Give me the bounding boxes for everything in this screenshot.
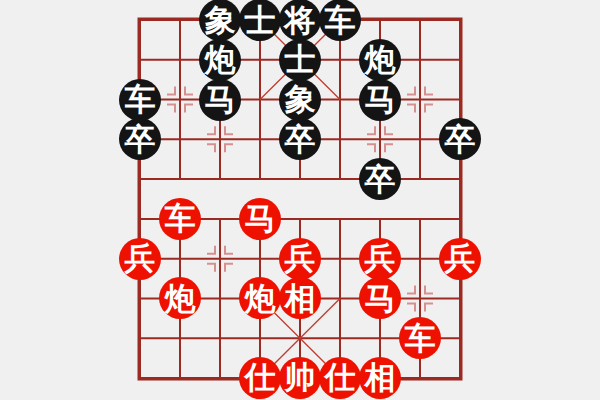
piece-red-general[interactable]: 帅 xyxy=(279,357,321,399)
piece-red-elephant[interactable]: 相 xyxy=(359,357,401,399)
piece-red-soldier[interactable]: 兵 xyxy=(279,238,321,280)
piece-black-soldier[interactable]: 卒 xyxy=(439,118,481,160)
piece-black-chariot[interactable]: 车 xyxy=(119,79,161,121)
piece-red-advisor[interactable]: 仕 xyxy=(319,357,361,399)
piece-black-advisor[interactable]: 士 xyxy=(279,39,321,81)
piece-red-soldier[interactable]: 兵 xyxy=(359,238,401,280)
piece-black-elephant[interactable]: 象 xyxy=(279,79,321,121)
piece-red-horse[interactable]: 马 xyxy=(359,277,401,319)
piece-red-horse[interactable]: 马 xyxy=(239,198,281,240)
piece-black-chariot[interactable]: 车 xyxy=(319,0,361,41)
piece-red-chariot[interactable]: 车 xyxy=(399,317,441,359)
piece-red-soldier[interactable]: 兵 xyxy=(439,238,481,280)
piece-black-soldier[interactable]: 卒 xyxy=(279,118,321,160)
piece-black-elephant[interactable]: 象 xyxy=(199,0,241,41)
piece-black-horse[interactable]: 马 xyxy=(199,79,241,121)
piece-black-cannon[interactable]: 炮 xyxy=(199,39,241,81)
piece-black-soldier[interactable]: 卒 xyxy=(359,158,401,200)
xiangqi-diagram: 象士将车炮士炮车马象马卒卒卒卒车马兵兵兵兵炮炮相马车仕帅仕相 xyxy=(0,0,600,400)
xiangqi-board[interactable]: 象士将车炮士炮车马象马卒卒卒卒车马兵兵兵兵炮炮相马车仕帅仕相 xyxy=(120,0,480,398)
piece-red-advisor[interactable]: 仕 xyxy=(239,357,281,399)
piece-black-general[interactable]: 将 xyxy=(279,0,321,41)
piece-black-horse[interactable]: 马 xyxy=(359,79,401,121)
piece-red-soldier[interactable]: 兵 xyxy=(119,238,161,280)
piece-red-elephant[interactable]: 相 xyxy=(279,277,321,319)
piece-black-advisor[interactable]: 士 xyxy=(239,0,281,41)
piece-red-cannon[interactable]: 炮 xyxy=(159,277,201,319)
piece-red-cannon[interactable]: 炮 xyxy=(239,277,281,319)
piece-black-soldier[interactable]: 卒 xyxy=(119,118,161,160)
piece-red-chariot[interactable]: 车 xyxy=(159,198,201,240)
piece-black-cannon[interactable]: 炮 xyxy=(359,39,401,81)
